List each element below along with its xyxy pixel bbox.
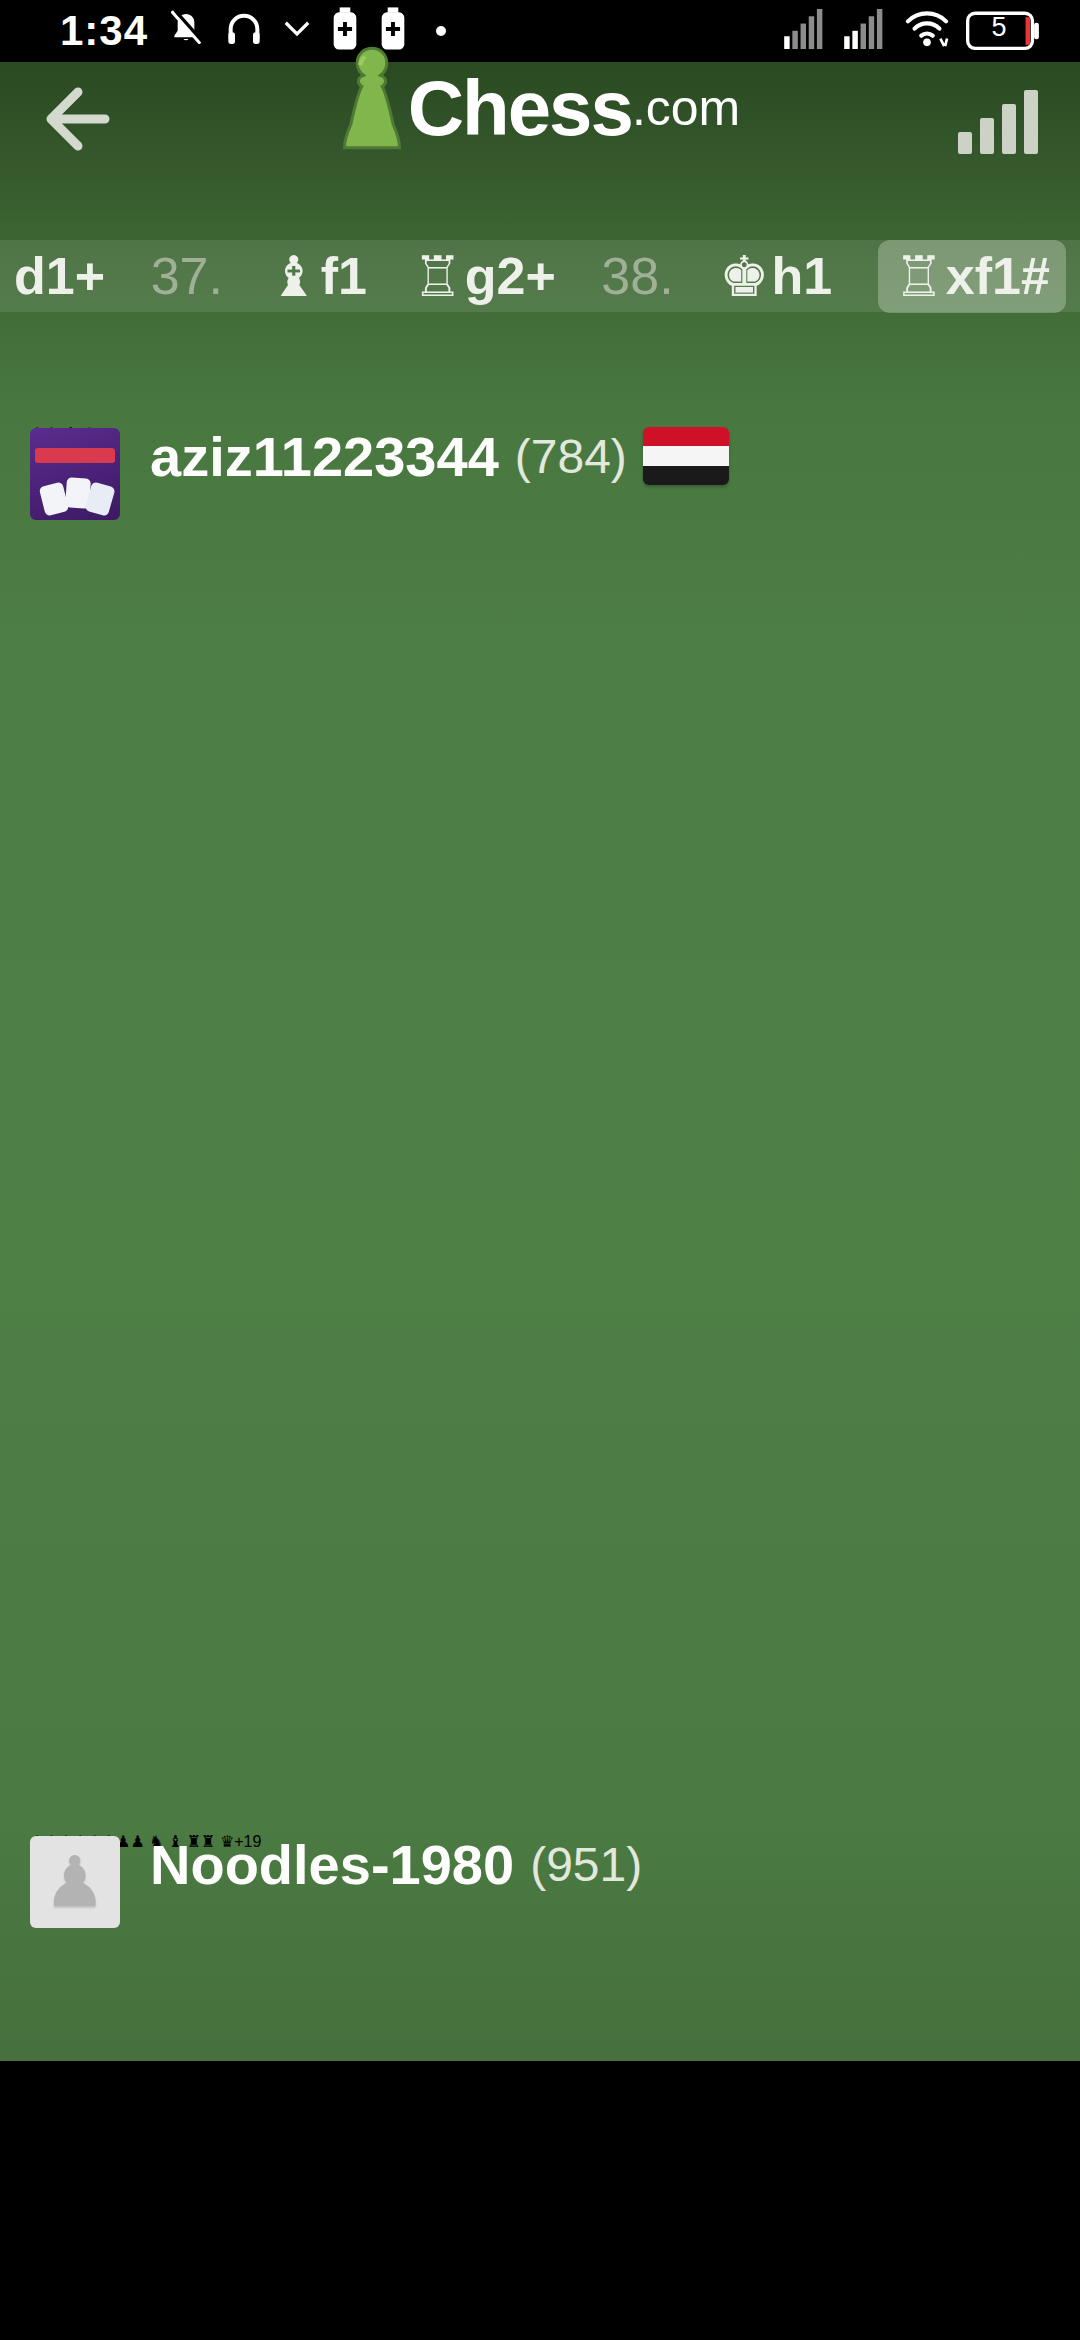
figurine-icon: ♝ [268,244,318,309]
background-felt [0,62,1080,2061]
move[interactable]: ♚h1 [719,244,832,309]
move-list[interactable]: d1+37.♝f1♖g2+38.♚h1♖xf1# [0,240,1080,312]
move[interactable]: ♝f1 [268,244,366,309]
figurine-icon: ♖ [413,244,463,309]
avatar[interactable] [30,428,120,520]
avatar[interactable]: ♟ [30,1836,120,1928]
figurine-icon: ♖ [894,244,944,309]
logo-chess-text: Chess [408,63,632,154]
player-rating: (951) [530,1837,642,1892]
connection-bars-icon[interactable] [958,90,1038,154]
yemen-flag-icon [643,427,729,485]
player-rating: (784) [515,429,627,484]
chesscom-pawn-icon [340,44,404,158]
chess-app-screen: 1:34 [0,0,1080,2340]
default-pawn-avatar-icon: ♟ [44,1847,107,1917]
move-number[interactable]: 37. [151,246,223,306]
move[interactable]: ♖g2+ [413,244,556,309]
move[interactable]: d1+ [14,246,105,306]
move-number[interactable]: 38. [601,246,673,306]
header: Chess.com [0,40,1080,210]
player-bottom: ♟ Noodles-1980 (951) ♟♟♟♟♟♟♟♟ ♞ ♝ ♜♜ ♛+1… [30,1832,1050,1962]
player-name[interactable]: aziz11223344 [150,424,499,489]
chesscom-logo: Chess.com [0,58,1080,158]
figurine-icon: ♚ [719,244,769,309]
move-last-played[interactable]: ♖xf1# [878,240,1066,313]
battery-percent: 5 [966,12,1032,43]
player-top: aziz11223344 (784) ♟♟ ♝ ♛ 2:25 [30,424,1050,554]
notification-dot-icon [436,26,446,36]
logo-com-text: .com [632,79,740,137]
player-name[interactable]: Noodles-1980 [150,1832,514,1897]
